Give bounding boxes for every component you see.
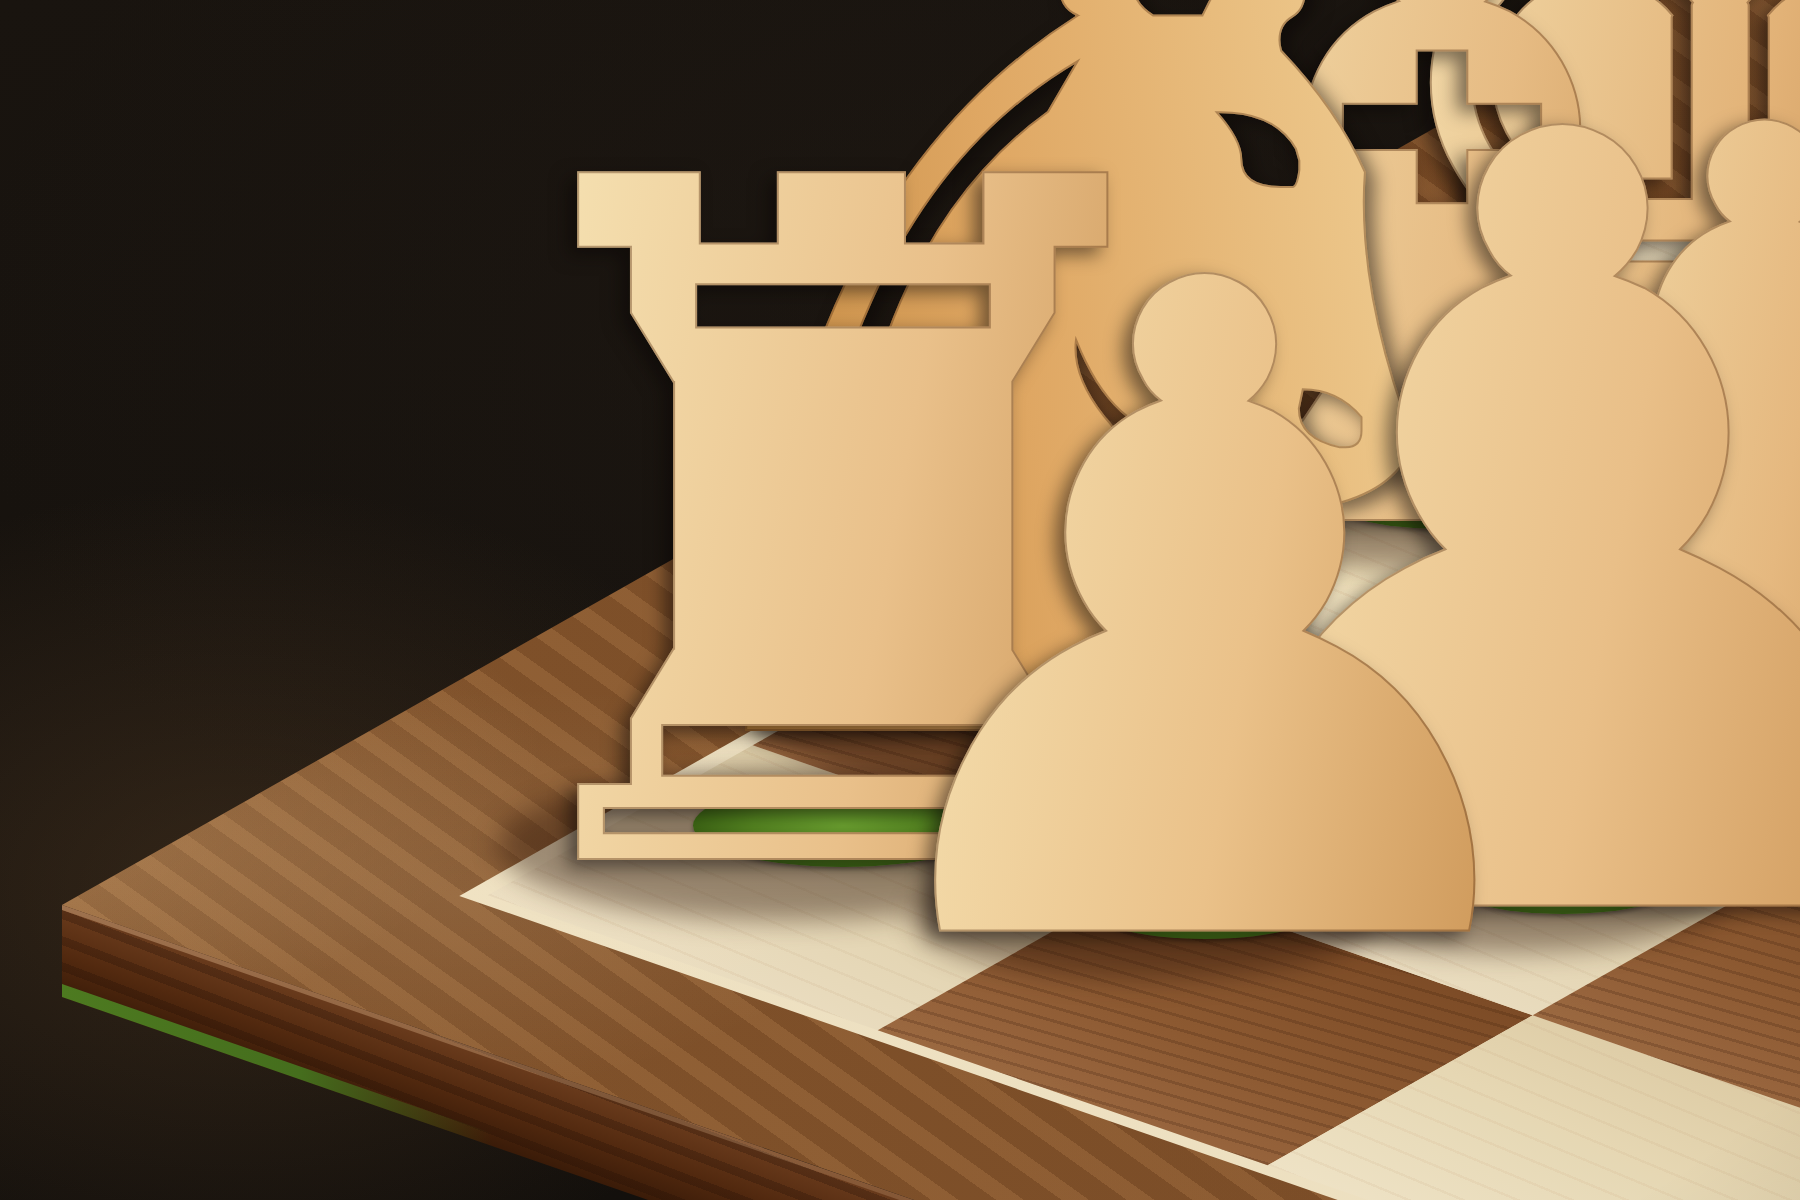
- chess-photo-scene: ♚♝♞♜♟♟♟: [0, 0, 1800, 1200]
- chess-piece-glyph: ♟: [802, 169, 1609, 1069]
- white-pawn-h2[interactable]: ♟: [802, 169, 1609, 1069]
